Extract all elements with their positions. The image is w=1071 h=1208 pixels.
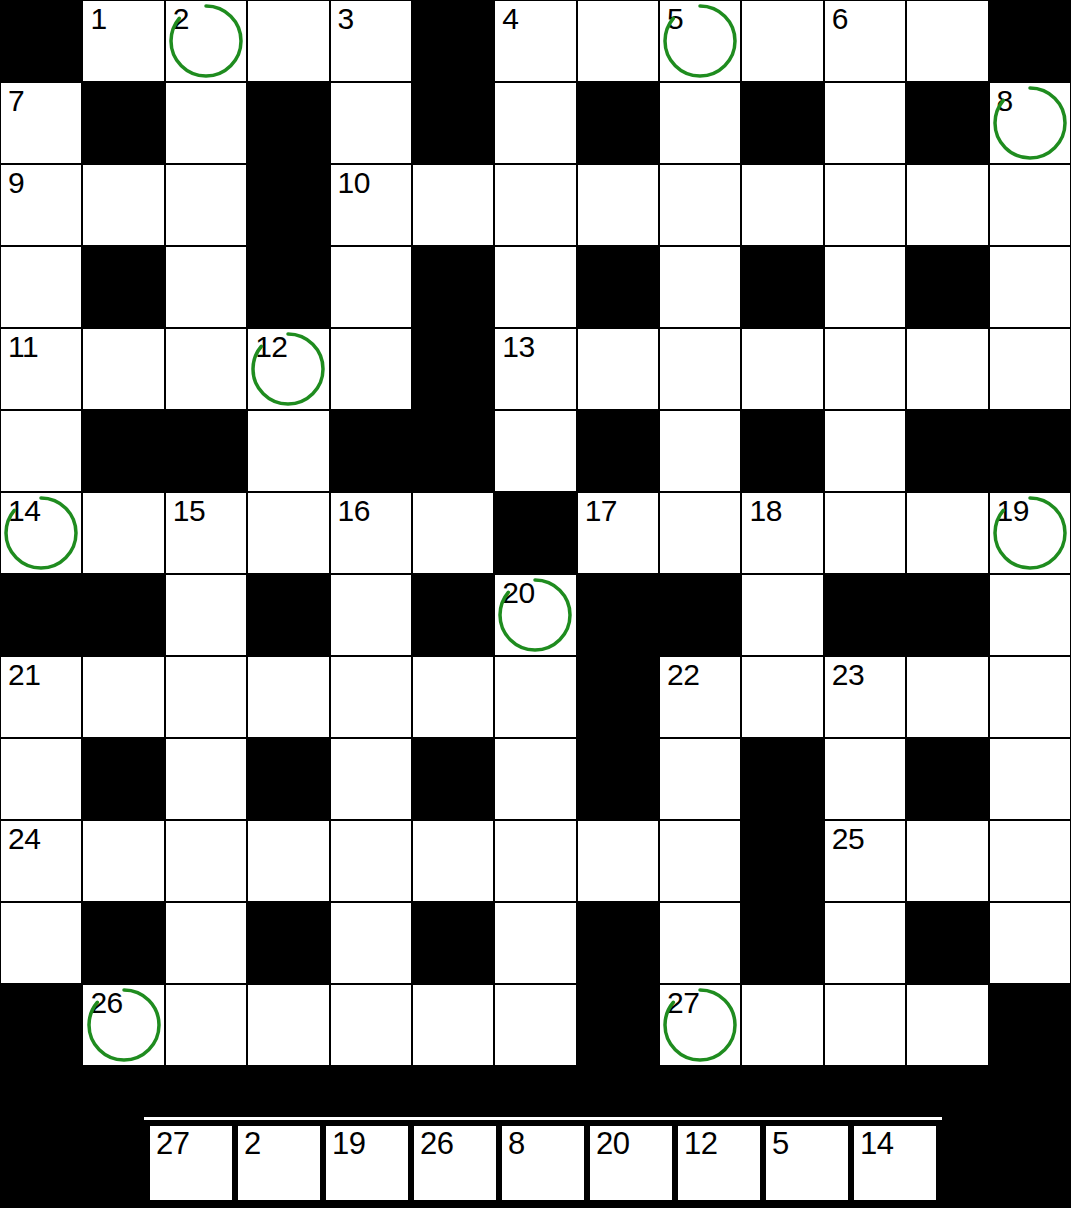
black-square	[82, 410, 164, 492]
black-square	[659, 574, 741, 656]
white-square[interactable]	[824, 164, 906, 246]
white-square[interactable]	[659, 492, 741, 574]
black-square	[82, 246, 164, 328]
clue-number: 21	[8, 660, 40, 690]
white-square[interactable]	[989, 246, 1071, 328]
clue-number: 19	[997, 496, 1029, 526]
white-square[interactable]	[412, 492, 494, 574]
clue-number: 15	[173, 496, 205, 526]
clue-number: 4	[502, 4, 518, 34]
black-square	[0, 574, 82, 656]
white-square[interactable]	[247, 0, 329, 82]
white-square[interactable]	[330, 328, 412, 410]
white-square[interactable]	[906, 0, 988, 82]
white-square[interactable]	[82, 820, 164, 902]
white-square[interactable]	[824, 82, 906, 164]
black-square	[412, 902, 494, 984]
white-square[interactable]: 27	[659, 984, 741, 1066]
white-square[interactable]	[659, 820, 741, 902]
black-square	[330, 410, 412, 492]
white-square[interactable]	[824, 246, 906, 328]
answer-strip-clue-number: 26	[420, 1128, 453, 1159]
black-square	[412, 410, 494, 492]
white-square[interactable]	[577, 164, 659, 246]
white-square[interactable]	[989, 328, 1071, 410]
white-square[interactable]	[247, 492, 329, 574]
white-square[interactable]: 26	[82, 984, 164, 1066]
answer-strip-cell[interactable]: 26	[414, 1126, 496, 1200]
white-square[interactable]	[412, 656, 494, 738]
white-square[interactable]: 18	[741, 492, 823, 574]
white-square[interactable]: 8	[989, 82, 1071, 164]
clue-number: 11	[8, 332, 38, 362]
clue-number: 17	[585, 496, 617, 526]
white-square[interactable]	[741, 656, 823, 738]
answer-strip-cell[interactable]: 12	[678, 1126, 760, 1200]
black-square	[247, 902, 329, 984]
white-square[interactable]: 14	[0, 492, 82, 574]
answer-strip-clue-number: 2	[244, 1128, 261, 1159]
black-square	[577, 410, 659, 492]
white-square[interactable]	[494, 820, 576, 902]
clue-number: 7	[8, 86, 24, 116]
white-square[interactable]	[494, 246, 576, 328]
white-square[interactable]	[577, 0, 659, 82]
white-square[interactable]	[165, 246, 247, 328]
white-square[interactable]: 19	[989, 492, 1071, 574]
white-square[interactable]	[824, 492, 906, 574]
black-square	[494, 492, 576, 574]
white-square[interactable]	[165, 902, 247, 984]
white-square[interactable]	[989, 574, 1071, 656]
answer-strip-clue-number: 27	[156, 1128, 189, 1159]
white-square[interactable]	[906, 492, 988, 574]
crossword-grid: 1234567891011121314151617181920212223242…	[0, 0, 1071, 1066]
white-square[interactable]	[82, 164, 164, 246]
black-square	[906, 902, 988, 984]
black-square	[247, 164, 329, 246]
white-square[interactable]	[165, 328, 247, 410]
white-square[interactable]	[577, 820, 659, 902]
answer-strip-clue-number: 8	[508, 1128, 525, 1159]
black-square	[577, 902, 659, 984]
black-square	[412, 328, 494, 410]
answer-strip-clue-number: 5	[772, 1128, 789, 1159]
answer-strip-clue-number: 12	[684, 1128, 717, 1159]
white-square[interactable]	[412, 820, 494, 902]
clue-number: 1	[90, 4, 106, 34]
black-square	[412, 738, 494, 820]
white-square[interactable]	[659, 82, 741, 164]
white-square[interactable]	[494, 164, 576, 246]
answer-strip-cell[interactable]: 8	[502, 1126, 584, 1200]
answer-strip-clue-number: 20	[596, 1128, 629, 1159]
clue-number: 27	[667, 988, 699, 1018]
white-square[interactable]: 20	[494, 574, 576, 656]
white-square[interactable]	[330, 82, 412, 164]
clue-number: 12	[255, 332, 287, 362]
white-square[interactable]	[824, 410, 906, 492]
white-square[interactable]	[494, 984, 576, 1066]
black-square	[906, 574, 988, 656]
white-square[interactable]	[494, 902, 576, 984]
black-square	[82, 82, 164, 164]
answer-strip: 272192682012514	[144, 1120, 942, 1206]
white-square[interactable]: 12	[247, 328, 329, 410]
answer-strip-clue-number: 14	[860, 1128, 893, 1159]
black-square	[577, 574, 659, 656]
black-square	[741, 738, 823, 820]
white-square[interactable]	[330, 656, 412, 738]
black-square	[412, 82, 494, 164]
black-square	[0, 984, 82, 1066]
white-square[interactable]: 25	[824, 820, 906, 902]
white-square[interactable]	[906, 328, 988, 410]
white-square[interactable]	[0, 902, 82, 984]
crossword-page: 1234567891011121314151617181920212223242…	[0, 0, 1071, 1208]
white-square[interactable]: 6	[824, 0, 906, 82]
answer-strip-cell[interactable]: 19	[326, 1126, 408, 1200]
white-square[interactable]	[494, 410, 576, 492]
clue-number: 9	[8, 168, 24, 198]
clue-number: 18	[749, 496, 781, 526]
white-square[interactable]	[330, 902, 412, 984]
white-square[interactable]	[824, 902, 906, 984]
white-square[interactable]	[824, 328, 906, 410]
black-square	[247, 246, 329, 328]
black-square	[741, 902, 823, 984]
white-square[interactable]	[989, 164, 1071, 246]
white-square[interactable]: 5	[659, 0, 741, 82]
clue-number: 23	[832, 660, 864, 690]
white-square[interactable]	[247, 656, 329, 738]
black-square	[989, 984, 1071, 1066]
white-square[interactable]: 16	[330, 492, 412, 574]
white-square[interactable]	[0, 246, 82, 328]
black-square	[906, 738, 988, 820]
white-square[interactable]	[906, 656, 988, 738]
white-square[interactable]	[659, 328, 741, 410]
white-square[interactable]	[989, 902, 1071, 984]
white-square[interactable]: 15	[165, 492, 247, 574]
white-square[interactable]	[741, 164, 823, 246]
black-square	[0, 0, 82, 82]
black-square	[741, 820, 823, 902]
white-square[interactable]: 24	[0, 820, 82, 902]
clue-number: 26	[90, 988, 122, 1018]
clue-number: 25	[832, 824, 864, 854]
white-square[interactable]	[494, 738, 576, 820]
clue-number: 24	[8, 824, 40, 854]
white-square[interactable]: 9	[0, 164, 82, 246]
white-square[interactable]	[494, 656, 576, 738]
white-square[interactable]	[989, 738, 1071, 820]
white-square[interactable]	[659, 410, 741, 492]
clue-number: 10	[338, 168, 370, 198]
answer-strip-cell[interactable]: 14	[854, 1126, 936, 1200]
white-square[interactable]	[0, 410, 82, 492]
white-square[interactable]: 4	[494, 0, 576, 82]
black-square	[82, 902, 164, 984]
white-square[interactable]	[247, 820, 329, 902]
answer-strip-cell[interactable]: 20	[590, 1126, 672, 1200]
white-square[interactable]	[247, 984, 329, 1066]
white-square[interactable]	[659, 738, 741, 820]
white-square[interactable]	[989, 820, 1071, 902]
white-square[interactable]	[659, 164, 741, 246]
black-square	[906, 410, 988, 492]
white-square[interactable]	[165, 164, 247, 246]
black-square	[577, 656, 659, 738]
white-square[interactable]	[165, 984, 247, 1066]
clue-number: 13	[502, 332, 534, 362]
black-square	[412, 246, 494, 328]
clue-number: 8	[997, 86, 1013, 116]
black-square	[741, 246, 823, 328]
black-square	[412, 574, 494, 656]
black-square	[577, 82, 659, 164]
white-square[interactable]	[906, 164, 988, 246]
white-square[interactable]	[330, 984, 412, 1066]
white-square[interactable]	[82, 492, 164, 574]
black-square	[577, 738, 659, 820]
clue-number: 14	[8, 496, 40, 526]
white-square[interactable]	[906, 820, 988, 902]
white-square[interactable]	[741, 328, 823, 410]
answer-strip-cell[interactable]: 27	[150, 1126, 232, 1200]
white-square[interactable]	[989, 656, 1071, 738]
black-square	[906, 82, 988, 164]
white-square[interactable]	[741, 984, 823, 1066]
white-square[interactable]	[741, 574, 823, 656]
white-square[interactable]	[659, 246, 741, 328]
white-square[interactable]: 23	[824, 656, 906, 738]
black-square	[741, 82, 823, 164]
black-square	[741, 410, 823, 492]
answer-strip-clue-number: 19	[332, 1128, 365, 1159]
white-square[interactable]	[0, 738, 82, 820]
clue-number: 22	[667, 660, 699, 690]
white-square[interactable]	[82, 656, 164, 738]
black-square	[82, 574, 164, 656]
black-square	[577, 246, 659, 328]
white-square[interactable]	[824, 984, 906, 1066]
white-square[interactable]	[165, 574, 247, 656]
black-square	[165, 410, 247, 492]
white-square[interactable]	[330, 820, 412, 902]
white-square[interactable]	[659, 902, 741, 984]
white-square[interactable]	[412, 164, 494, 246]
white-square[interactable]: 11	[0, 328, 82, 410]
black-square	[82, 738, 164, 820]
white-square[interactable]: 10	[330, 164, 412, 246]
white-square[interactable]	[494, 82, 576, 164]
white-square[interactable]	[741, 0, 823, 82]
black-square	[906, 246, 988, 328]
black-square	[989, 410, 1071, 492]
white-square[interactable]: 1	[82, 0, 164, 82]
answer-strip-frame: 272192682012514	[144, 1117, 942, 1206]
white-square[interactable]	[165, 82, 247, 164]
black-square	[247, 738, 329, 820]
black-square	[247, 82, 329, 164]
white-square[interactable]: 2	[165, 0, 247, 82]
white-square[interactable]	[577, 328, 659, 410]
white-square[interactable]	[165, 820, 247, 902]
white-square[interactable]: 3	[330, 0, 412, 82]
white-square[interactable]	[82, 328, 164, 410]
clue-number: 2	[173, 4, 189, 34]
black-square	[412, 0, 494, 82]
white-square[interactable]	[330, 574, 412, 656]
white-square[interactable]: 13	[494, 328, 576, 410]
white-square[interactable]	[412, 984, 494, 1066]
clue-number: 20	[502, 578, 534, 608]
black-square	[989, 0, 1071, 82]
white-square[interactable]: 21	[0, 656, 82, 738]
white-square[interactable]	[824, 738, 906, 820]
clue-number: 3	[338, 4, 354, 34]
white-square[interactable]	[906, 984, 988, 1066]
white-square[interactable]	[330, 246, 412, 328]
answer-strip-cell[interactable]: 2	[238, 1126, 320, 1200]
white-square[interactable]: 22	[659, 656, 741, 738]
white-square[interactable]	[330, 738, 412, 820]
black-square	[247, 574, 329, 656]
clue-number: 16	[338, 496, 370, 526]
white-square[interactable]: 17	[577, 492, 659, 574]
answer-strip-cell[interactable]: 5	[766, 1126, 848, 1200]
black-square	[824, 574, 906, 656]
black-square	[577, 984, 659, 1066]
clue-number: 6	[832, 4, 848, 34]
clue-number: 5	[667, 4, 683, 34]
white-square[interactable]	[165, 656, 247, 738]
white-square[interactable]	[165, 738, 247, 820]
white-square[interactable]: 7	[0, 82, 82, 164]
white-square[interactable]	[247, 410, 329, 492]
